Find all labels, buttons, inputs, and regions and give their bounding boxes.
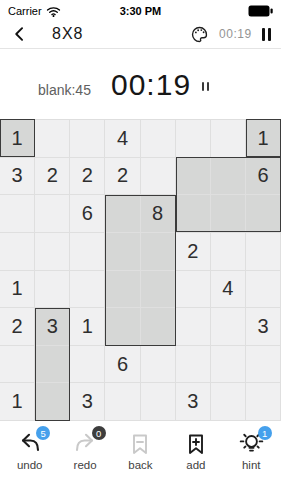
nav-timer-label: 00:19 — [219, 27, 252, 41]
timer-pause-button[interactable] — [202, 82, 209, 91]
clue-number: 4 — [222, 277, 233, 300]
undo-button[interactable]: 5 undo — [4, 430, 56, 471]
clue-number: 6 — [117, 353, 128, 376]
grid-cell[interactable] — [35, 271, 70, 309]
bookmark-plus-icon — [183, 431, 209, 457]
grid-cell[interactable] — [211, 195, 246, 233]
clue-number: 3 — [47, 315, 58, 338]
status-bar: Carrier 3:30 PM — [0, 0, 281, 20]
grid-cell[interactable] — [0, 195, 35, 233]
grid-cell[interactable] — [211, 233, 246, 271]
clue-number: 6 — [82, 202, 93, 225]
clue-number: 3 — [187, 390, 198, 413]
clue-number: 2 — [187, 240, 198, 263]
blank-count-label: blank:45 — [38, 82, 91, 98]
grid-cell[interactable]: 2 — [70, 158, 105, 196]
clue-number: 4 — [117, 127, 128, 150]
grid-cell[interactable] — [211, 120, 246, 158]
grid-cell[interactable] — [70, 271, 105, 309]
grid-cell[interactable] — [141, 233, 176, 271]
grid-cell[interactable] — [176, 195, 211, 233]
grid-cell[interactable] — [105, 195, 140, 233]
grid-cell[interactable] — [70, 120, 105, 158]
grid-cell[interactable] — [105, 233, 140, 271]
grid-cell[interactable]: 3 — [0, 158, 35, 196]
hint-button[interactable]: 1 hint — [225, 430, 277, 471]
grid-cell[interactable] — [141, 308, 176, 346]
wifi-icon — [46, 6, 61, 17]
pause-icon — [262, 28, 271, 41]
grid-cell[interactable] — [70, 233, 105, 271]
add-bookmark-button[interactable]: add — [170, 430, 222, 471]
clue-number: 1 — [12, 277, 23, 300]
undo-label: undo — [17, 459, 43, 471]
grid-cell[interactable]: 1 — [0, 271, 35, 309]
palette-icon — [190, 25, 209, 44]
carrier-label: Carrier — [8, 5, 42, 17]
grid-cell[interactable] — [0, 233, 35, 271]
grid-cell[interactable] — [141, 120, 176, 158]
grid-cell[interactable] — [211, 158, 246, 196]
redo-label: redo — [74, 459, 97, 471]
clue-number: 1 — [12, 127, 23, 150]
grid-cell[interactable] — [35, 120, 70, 158]
grid-cell[interactable]: 2 — [105, 158, 140, 196]
clue-number: 2 — [12, 315, 23, 338]
grid-cell[interactable] — [176, 120, 211, 158]
grid-cell[interactable]: 2 — [176, 233, 211, 271]
grid-cell[interactable] — [105, 308, 140, 346]
clue-number: 2 — [47, 164, 58, 187]
grid-cell[interactable] — [176, 271, 211, 309]
mini-pause-icon — [202, 82, 204, 91]
grid-cell[interactable] — [176, 308, 211, 346]
grid-cell[interactable] — [211, 383, 246, 421]
clue-number: 2 — [82, 164, 93, 187]
clue-number: 3 — [82, 390, 93, 413]
hint-label: hint — [242, 459, 261, 471]
grid-cell[interactable]: 6 — [105, 346, 140, 384]
redo-count-badge: 0 — [92, 426, 106, 440]
grid-cell[interactable] — [246, 271, 281, 309]
grid-cell[interactable]: 1 — [246, 120, 281, 158]
bookmark-minus-icon — [127, 431, 153, 457]
clue-number: 1 — [82, 315, 93, 338]
shikaku-board: 141322266821423136133 — [0, 119, 281, 421]
grid-cell[interactable] — [35, 195, 70, 233]
grid-cell[interactable] — [35, 233, 70, 271]
grid-cell[interactable] — [211, 346, 246, 384]
clue-number: 2 — [117, 164, 128, 187]
nav-bar: 8X8 00:19 — [0, 20, 281, 49]
grid-cell[interactable] — [141, 158, 176, 196]
grid-cell[interactable]: 1 — [0, 383, 35, 421]
redo-button[interactable]: 0 redo — [59, 430, 111, 471]
grid-cell[interactable]: 4 — [105, 120, 140, 158]
grid-cell[interactable]: 6 — [70, 195, 105, 233]
grid-cell[interactable]: 2 — [0, 308, 35, 346]
add-label: add — [186, 459, 205, 471]
grid-cell[interactable]: 3 — [176, 383, 211, 421]
chevron-left-icon — [10, 24, 30, 44]
grid-cell[interactable]: 1 — [70, 308, 105, 346]
grid-cell[interactable] — [0, 346, 35, 384]
clue-number: 1 — [12, 390, 23, 413]
clue-number: 3 — [12, 164, 23, 187]
grid-cell[interactable] — [35, 383, 70, 421]
grid-cell[interactable]: 3 — [70, 383, 105, 421]
grid-cell[interactable] — [246, 233, 281, 271]
grid-cell[interactable]: 3 — [246, 308, 281, 346]
bottom-toolbar: 5 undo 0 redo back — [0, 430, 281, 476]
page-title: 8X8 — [52, 25, 83, 43]
grid-cell[interactable] — [246, 195, 281, 233]
hint-count-badge: 1 — [258, 426, 272, 440]
grid-cell[interactable] — [70, 346, 105, 384]
grid-cell[interactable] — [176, 346, 211, 384]
grid-cell[interactable] — [246, 383, 281, 421]
clue-number: 6 — [257, 164, 268, 187]
grid-cell[interactable] — [211, 308, 246, 346]
back-step-button[interactable]: back — [114, 430, 166, 471]
nav-pause-button[interactable] — [262, 28, 271, 41]
game-timer: 00:19 — [111, 68, 191, 102]
grid-cell[interactable]: 8 — [141, 195, 176, 233]
back-label: back — [128, 459, 152, 471]
grid-cell[interactable] — [105, 383, 140, 421]
clue-number: 8 — [152, 202, 163, 225]
grid-cell[interactable] — [176, 158, 211, 196]
theme-palette-button[interactable] — [190, 25, 209, 44]
grid-cell[interactable] — [141, 271, 176, 309]
clue-number: 1 — [257, 127, 268, 150]
grid-cell[interactable] — [141, 346, 176, 384]
battery-icon — [248, 5, 273, 17]
grid-cell[interactable]: 6 — [246, 158, 281, 196]
back-chevron-button[interactable] — [10, 23, 32, 45]
clue-number: 3 — [257, 315, 268, 338]
grid-cell[interactable] — [246, 346, 281, 384]
clock-label: 3:30 PM — [120, 5, 162, 17]
grid-cell[interactable] — [105, 271, 140, 309]
grid-cell[interactable] — [141, 383, 176, 421]
grid-cell[interactable]: 4 — [211, 271, 246, 309]
grid-cell[interactable]: 2 — [35, 158, 70, 196]
undo-count-badge: 5 — [36, 426, 50, 440]
grid-cell[interactable]: 3 — [35, 308, 70, 346]
board-grid: 141322266821423136133 — [0, 119, 281, 421]
grid-cell[interactable] — [35, 346, 70, 384]
grid-cell[interactable]: 1 — [0, 120, 35, 158]
